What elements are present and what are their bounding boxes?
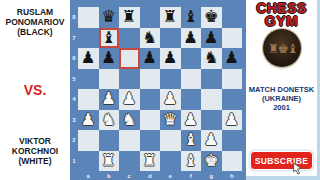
- board-squares: ♛♜♜♝♚♝♞♟♟♟♟♟♟♞♟♟♟♟♟♞♞♛♟♟♝♟♜♜♝♚: [78, 7, 242, 171]
- square-f6: [181, 48, 202, 69]
- square-d6: ♟: [140, 48, 161, 69]
- white-piece-h3: ♟: [224, 110, 239, 130]
- file-label-c: c: [119, 171, 140, 180]
- square-b1: ♜: [99, 151, 120, 172]
- white-piece-c4: ♟: [122, 89, 137, 109]
- square-f4: [181, 89, 202, 110]
- rank-label-3: 3: [70, 110, 78, 131]
- file-label-a: a: [78, 171, 99, 180]
- black-piece-e6: ♟: [163, 48, 178, 68]
- white-piece-e3: ♛: [163, 110, 178, 130]
- square-c3: ♞: [119, 110, 140, 131]
- black-piece-c8: ♜: [122, 7, 137, 27]
- file-labels: abcdefgh: [78, 171, 242, 180]
- white-piece-f2: ♝: [183, 130, 198, 150]
- square-g5: [201, 69, 222, 90]
- square-h2: [222, 130, 243, 151]
- rank-labels: 87654321: [70, 7, 78, 171]
- square-c6: [119, 48, 140, 69]
- square-f1: ♝: [181, 151, 202, 172]
- rank-label-7: 7: [70, 28, 78, 49]
- black-piece-f7: ♟: [183, 28, 198, 48]
- white-piece-b1: ♜: [101, 151, 116, 171]
- square-e3: ♛: [160, 110, 181, 131]
- square-e7: [160, 28, 181, 49]
- square-b6: ♟: [99, 48, 120, 69]
- square-f7: ♟: [181, 28, 202, 49]
- square-a1: [78, 151, 99, 172]
- black-piece-h6: ♟: [224, 48, 239, 68]
- file-label-b: b: [99, 171, 120, 180]
- rank-label-4: 4: [70, 89, 78, 110]
- channel-title: CHESS GYM: [246, 2, 317, 28]
- subscribe-button[interactable]: SUBSCRIBE: [250, 151, 313, 170]
- square-c4: ♟: [119, 89, 140, 110]
- square-a3: ♟: [78, 110, 99, 131]
- square-f2: ♝: [181, 130, 202, 151]
- video-thumbnail: RUSLAM PONOMARIOV (BLACK) VS. VIKTOR KOR…: [0, 0, 320, 180]
- vs-label: VS.: [0, 82, 70, 98]
- file-label-e: e: [160, 171, 181, 180]
- black-piece-g8: ♚: [204, 7, 219, 27]
- black-piece-b6: ♟: [101, 48, 116, 68]
- white-piece-f3: ♟: [183, 110, 198, 130]
- square-c7: [119, 28, 140, 49]
- black-piece-d6: ♟: [142, 48, 157, 68]
- square-b3: ♞: [99, 110, 120, 131]
- square-d8: [140, 7, 161, 28]
- rank-label-8: 8: [70, 7, 78, 28]
- white-piece-f1: ♝: [183, 151, 198, 171]
- square-h7: [222, 28, 243, 49]
- white-piece-e4: ♟: [163, 89, 178, 109]
- square-g4: [201, 89, 222, 110]
- square-h5: [222, 69, 243, 90]
- file-label-d: d: [140, 171, 161, 180]
- cursor-icon: [291, 162, 304, 175]
- left-panel: RUSLAM PONOMARIOV (BLACK) VS. VIKTOR KOR…: [0, 0, 70, 180]
- square-f8: ♝: [181, 7, 202, 28]
- square-a6: ♟: [78, 48, 99, 69]
- square-d3: [140, 110, 161, 131]
- square-h4: [222, 89, 243, 110]
- square-f5: [181, 69, 202, 90]
- square-a5: [78, 69, 99, 90]
- black-player-name: RUSLAM PONOMARIOV (BLACK): [0, 7, 70, 37]
- chess-board: 87654321 ♛♜♜♝♚♝♞♟♟♟♟♟♟♞♟♟♟♟♟♞♞♛♟♟♝♟♜♜♝♚ …: [70, 0, 246, 180]
- white-player-name: VIKTOR KORCHNOI (WHITE): [0, 136, 70, 166]
- rank-label-2: 2: [70, 130, 78, 151]
- file-label-f: f: [181, 171, 202, 180]
- square-b4: ♟: [99, 89, 120, 110]
- square-g7: ♟: [201, 28, 222, 49]
- black-piece-b8: ♛: [101, 7, 116, 27]
- square-h8: [222, 7, 243, 28]
- square-g8: ♚: [201, 7, 222, 28]
- square-e4: ♟: [160, 89, 181, 110]
- square-g6: ♞: [201, 48, 222, 69]
- black-piece-f8: ♝: [183, 7, 198, 27]
- square-e6: ♟: [160, 48, 181, 69]
- square-g1: ♚: [201, 151, 222, 172]
- square-b8: ♛: [99, 7, 120, 28]
- white-piece-g2: ♟: [204, 130, 219, 150]
- white-piece-b4: ♟: [101, 89, 116, 109]
- square-c8: ♜: [119, 7, 140, 28]
- white-piece-b3: ♞: [101, 110, 116, 130]
- rank-label-1: 1: [70, 151, 78, 172]
- chess-gym-logo-icon: ♜♚♝: [263, 29, 301, 67]
- square-d2: [140, 130, 161, 151]
- file-label-h: h: [222, 171, 243, 180]
- square-d5: [140, 69, 161, 90]
- square-b7: ♝: [99, 28, 120, 49]
- square-c1: [119, 151, 140, 172]
- square-h1: [222, 151, 243, 172]
- white-piece-a3: ♟: [81, 110, 96, 130]
- black-piece-g7: ♟: [204, 28, 219, 48]
- black-piece-a6: ♟: [81, 48, 96, 68]
- right-panel: CHESS GYM ♜♚♝ MATCH DONETSK (UKRAINE) 20…: [246, 0, 320, 180]
- square-a4: [78, 89, 99, 110]
- logo-chess-pieces-icon: ♜♚♝: [268, 41, 297, 56]
- square-e8: ♜: [160, 7, 181, 28]
- white-piece-d1: ♜: [142, 151, 157, 171]
- white-piece-g1: ♚: [204, 151, 219, 171]
- square-g2: ♟: [201, 130, 222, 151]
- square-a8: [78, 7, 99, 28]
- rank-label-5: 5: [70, 69, 78, 90]
- event-caption: MATCH DONETSK (UKRAINE) 2001: [246, 85, 317, 112]
- black-piece-b7: ♝: [101, 28, 116, 48]
- square-f3: ♟: [181, 110, 202, 131]
- black-piece-d7: ♞: [142, 28, 157, 48]
- square-g3: [201, 110, 222, 131]
- square-b2: [99, 130, 120, 151]
- square-e1: [160, 151, 181, 172]
- square-c2: [119, 130, 140, 151]
- square-h3: ♟: [222, 110, 243, 131]
- white-piece-c3: ♞: [122, 110, 137, 130]
- square-d7: ♞: [140, 28, 161, 49]
- square-d1: ♜: [140, 151, 161, 172]
- square-b5: [99, 69, 120, 90]
- rank-label-6: 6: [70, 48, 78, 69]
- file-label-g: g: [201, 171, 222, 180]
- square-a2: [78, 130, 99, 151]
- square-d4: [140, 89, 161, 110]
- square-e2: [160, 130, 181, 151]
- square-a7: [78, 28, 99, 49]
- square-c5: [119, 69, 140, 90]
- black-piece-g6: ♞: [204, 48, 219, 68]
- square-e5: [160, 69, 181, 90]
- square-h6: ♟: [222, 48, 243, 69]
- black-piece-e8: ♜: [163, 7, 178, 27]
